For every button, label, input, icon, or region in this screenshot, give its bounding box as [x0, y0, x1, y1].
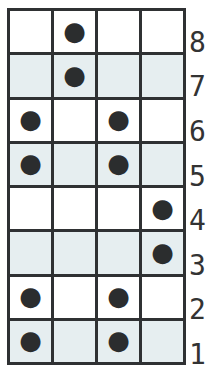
row-label-3: 3	[189, 231, 213, 276]
cell-r4-c3	[98, 188, 139, 229]
cell-r7-c1	[10, 55, 51, 96]
row-label-8: 8	[189, 8, 213, 53]
cell-r7-c2: ●	[54, 55, 95, 96]
cell-r2-c1: ●	[10, 277, 51, 318]
dot-icon: ●	[63, 62, 86, 88]
cell-r2-c3: ●	[98, 277, 139, 318]
dot-icon: ●	[107, 283, 130, 309]
pattern-chart: ●●●●●●●●●●●● 87654321	[0, 0, 213, 369]
row-label-5: 5	[189, 142, 213, 187]
dot-icon: ●	[107, 106, 130, 132]
dot-icon: ●	[151, 239, 174, 265]
dot-icon: ●	[19, 150, 42, 176]
row-label-text: 1	[189, 341, 205, 369]
dot-icon: ●	[107, 150, 130, 176]
cell-r3-c4: ●	[142, 232, 183, 273]
dot-icon: ●	[19, 283, 42, 309]
row-label-1: 1	[189, 320, 213, 365]
cell-r1-c2	[54, 321, 95, 362]
row-label-2: 2	[189, 276, 213, 321]
cell-r6-c3: ●	[98, 100, 139, 141]
cell-r8-c2: ●	[54, 11, 95, 52]
cell-r3-c2	[54, 232, 95, 273]
cell-r3-c3	[98, 232, 139, 273]
cell-r3-c1	[10, 232, 51, 273]
cell-r4-c2	[54, 188, 95, 229]
row-label-6: 6	[189, 97, 213, 142]
cell-r5-c3: ●	[98, 144, 139, 185]
pattern-grid: ●●●●●●●●●●●●	[7, 8, 186, 365]
cell-r6-c1: ●	[10, 100, 51, 141]
cell-r2-c2	[54, 277, 95, 318]
cell-r6-c4	[142, 100, 183, 141]
cell-r1-c3: ●	[98, 321, 139, 362]
cell-r4-c4: ●	[142, 188, 183, 229]
cell-r1-c1: ●	[10, 321, 51, 362]
dot-icon: ●	[19, 106, 42, 132]
dot-icon: ●	[107, 327, 130, 353]
cell-r7-c4	[142, 55, 183, 96]
dot-icon: ●	[63, 18, 86, 44]
cell-r5-c2	[54, 144, 95, 185]
row-label-4: 4	[189, 187, 213, 232]
cell-r8-c4	[142, 11, 183, 52]
cell-r7-c3	[98, 55, 139, 96]
cell-r6-c2	[54, 100, 95, 141]
cell-r2-c4	[142, 277, 183, 318]
dot-icon: ●	[19, 327, 42, 353]
cell-r8-c1	[10, 11, 51, 52]
cell-r5-c1: ●	[10, 144, 51, 185]
dot-icon: ●	[151, 195, 174, 221]
cell-r4-c1	[10, 188, 51, 229]
cell-r1-c4	[142, 321, 183, 362]
cell-r5-c4	[142, 144, 183, 185]
cell-r8-c3	[98, 11, 139, 52]
row-number-column: 87654321	[189, 8, 213, 365]
row-label-7: 7	[189, 53, 213, 98]
